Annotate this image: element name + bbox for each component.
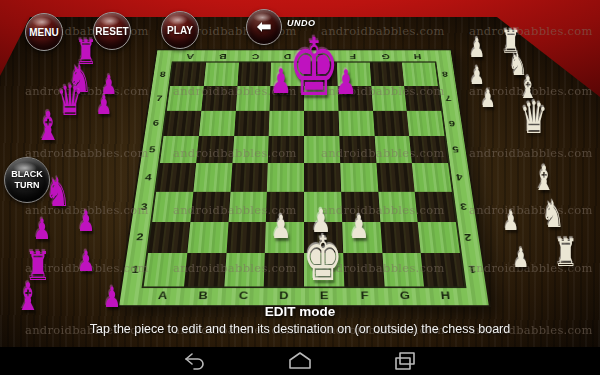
play-button[interactable]: PLAY — [161, 11, 199, 49]
square-a6[interactable] — [164, 110, 202, 136]
square-h4[interactable] — [412, 163, 452, 191]
watermark: androidbabbles.com — [321, 146, 445, 160]
tray-piece-white-pawn[interactable]: ♟ — [469, 35, 486, 61]
menu-button-label: MENU — [29, 27, 58, 38]
square-c2[interactable] — [226, 222, 266, 254]
file-label-h: H — [401, 50, 435, 62]
square-e6[interactable] — [304, 110, 339, 136]
square-b8[interactable] — [204, 63, 239, 86]
square-g2[interactable] — [380, 222, 421, 254]
file-label-b: B — [206, 50, 240, 62]
rank-label-8: 8 — [158, 63, 167, 86]
tray-piece-black-pawn[interactable]: ♟ — [103, 284, 121, 312]
square-h6[interactable] — [407, 110, 445, 136]
tray-piece-black-pawn[interactable]: ♟ — [96, 92, 113, 118]
square-f6[interactable] — [338, 110, 374, 136]
square-b4[interactable] — [193, 163, 232, 191]
piece-white-pawn-f2[interactable]: ♟ — [349, 211, 370, 243]
piece-black-king-e7[interactable]: ♚ — [288, 28, 340, 108]
reset-button[interactable]: RESET — [93, 12, 131, 50]
app-screen: ABCDEFGH ABCDEFGH 12345678 12345678 andr… — [0, 0, 600, 375]
reset-button-label: RESET — [95, 26, 128, 37]
square-f4[interactable] — [340, 163, 378, 191]
turn-line2: TURN — [15, 180, 40, 191]
undo-button[interactable]: ⬅ — [246, 9, 282, 45]
recents-icon[interactable] — [392, 350, 418, 372]
square-a4[interactable] — [156, 163, 196, 191]
play-button-label: PLAY — [167, 25, 193, 36]
tray-piece-white-rook[interactable]: ♜ — [554, 234, 579, 272]
square-g4[interactable] — [376, 163, 415, 191]
rank-label-4: 4 — [143, 163, 153, 191]
turn-indicator-badge: BLACK TURN — [4, 157, 50, 203]
tray-piece-black-pawn[interactable]: ♟ — [77, 248, 95, 276]
square-h2[interactable] — [418, 222, 460, 254]
tray-piece-white-queen[interactable]: ♛ — [520, 96, 548, 140]
file-label-g: G — [384, 286, 426, 305]
tray-piece-black-bishop[interactable]: ♝ — [16, 278, 41, 316]
rank-label-7: 7 — [155, 86, 164, 111]
watermark: androidbabbles.com — [469, 24, 593, 38]
square-a2[interactable] — [148, 222, 190, 254]
watermark: androidbabbles.com — [173, 146, 297, 160]
rank-label-2: 2 — [134, 222, 145, 254]
android-nav-bar — [0, 347, 600, 375]
rank-label-6: 6 — [447, 110, 457, 136]
watermark: androidbabbles.com — [469, 203, 593, 217]
tray-piece-white-bishop[interactable]: ♝ — [533, 161, 555, 195]
square-b2[interactable] — [187, 222, 228, 254]
square-g8[interactable] — [369, 63, 404, 86]
tray-piece-black-pawn[interactable]: ♟ — [33, 216, 51, 244]
watermark: androidbabbles.com — [469, 146, 593, 160]
file-label-b: B — [182, 286, 224, 305]
square-c4[interactable] — [230, 163, 268, 191]
tray-piece-black-knight[interactable]: ♞ — [45, 172, 71, 212]
tray-piece-white-pawn[interactable]: ♟ — [480, 87, 495, 111]
tray-piece-white-pawn[interactable]: ♟ — [503, 208, 520, 234]
square-d4[interactable] — [267, 163, 304, 191]
file-label-h: H — [424, 286, 467, 305]
tray-piece-black-bishop[interactable]: ♝ — [35, 106, 61, 146]
tray-piece-white-pawn[interactable]: ♟ — [513, 245, 530, 271]
square-b6[interactable] — [199, 110, 236, 136]
rank-label-4: 4 — [455, 163, 465, 191]
piece-white-pawn-d2[interactable]: ♟ — [271, 211, 292, 243]
menu-button[interactable]: MENU — [25, 13, 63, 51]
square-c8[interactable] — [237, 63, 271, 86]
rank-label-3: 3 — [458, 192, 469, 222]
file-label-f: F — [344, 286, 385, 305]
rank-label-2: 2 — [463, 222, 474, 254]
file-label-a: A — [141, 286, 184, 305]
watermark: androidbabbles.com — [321, 203, 445, 217]
instruction-text: Tap the piece to edit and then its desti… — [0, 322, 600, 336]
rank-label-7: 7 — [444, 86, 453, 111]
watermark: androidbabbles.com — [173, 261, 297, 275]
rank-label-5: 5 — [451, 136, 461, 163]
file-label-f: F — [336, 50, 369, 62]
tray-piece-white-knight[interactable]: ♞ — [541, 197, 564, 233]
edit-mode-label: EDIT mode — [0, 304, 600, 319]
turn-line1: BLACK — [11, 169, 43, 180]
square-a8[interactable] — [170, 63, 206, 86]
file-label-g: G — [369, 50, 403, 62]
file-label-d: D — [263, 286, 304, 305]
file-label-a: A — [173, 50, 207, 62]
square-h8[interactable] — [402, 63, 438, 86]
square-d6[interactable] — [269, 110, 304, 136]
piece-white-king-e1[interactable]: ♚ — [303, 228, 343, 290]
file-label-c: C — [239, 50, 272, 62]
undo-arrow-icon: ⬅ — [257, 16, 271, 37]
rank-label-6: 6 — [151, 110, 161, 136]
tray-piece-black-pawn[interactable]: ♟ — [77, 208, 95, 236]
home-icon[interactable] — [287, 350, 313, 372]
watermark: androidbabbles.com — [25, 146, 149, 160]
square-c6[interactable] — [234, 110, 270, 136]
file-label-c: C — [223, 286, 264, 305]
square-g6[interactable] — [373, 110, 410, 136]
back-icon[interactable] — [182, 350, 208, 372]
square-e4[interactable] — [304, 163, 341, 191]
rank-label-8: 8 — [441, 63, 450, 86]
